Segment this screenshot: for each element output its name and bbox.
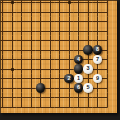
intersection[interactable] [83,26,93,36]
intersection[interactable] [64,45,74,55]
intersection[interactable] [83,55,93,65]
white-stone[interactable]: 3 [83,64,92,73]
black-stone[interactable] [83,45,92,54]
intersection[interactable] [74,93,84,103]
go-diagram: 847321965 [0,0,120,120]
intersection[interactable] [93,102,103,112]
intersection[interactable] [64,26,74,36]
intersection[interactable] [26,17,36,27]
intersection[interactable] [17,83,27,93]
intersection[interactable] [36,74,46,84]
intersection[interactable] [26,7,36,17]
intersection[interactable] [83,0,93,7]
move-number: 8 [96,47,99,53]
intersection[interactable] [0,83,7,93]
intersection[interactable] [0,17,7,27]
intersection[interactable] [64,83,74,93]
intersection[interactable] [83,7,93,17]
intersection[interactable] [36,7,46,17]
star-point-intersection[interactable] [7,64,17,74]
intersection[interactable] [7,102,17,112]
intersection[interactable] [74,26,84,36]
intersection[interactable] [74,64,84,74]
intersection[interactable] [36,83,46,93]
black-stone[interactable]: 2 [64,74,73,83]
intersection[interactable] [26,55,36,65]
intersection[interactable] [102,26,112,36]
intersection[interactable] [7,17,17,27]
black-stone[interactable]: 4 [74,55,83,64]
intersection[interactable] [36,17,46,27]
intersection[interactable]: 1 [74,74,84,84]
intersection[interactable] [7,93,17,103]
intersection[interactable] [45,74,55,84]
intersection[interactable] [55,17,65,27]
intersection[interactable] [102,93,112,103]
intersection[interactable] [93,7,103,17]
intersection[interactable] [55,83,65,93]
move-number: 4 [77,57,80,63]
intersection[interactable] [55,45,65,55]
intersection[interactable] [102,0,112,7]
move-number: 6 [77,85,80,91]
intersection[interactable] [17,36,27,46]
intersection[interactable] [55,0,65,7]
intersection[interactable] [45,17,55,27]
intersection[interactable] [36,64,46,74]
intersection[interactable] [17,74,27,84]
intersection[interactable] [102,7,112,17]
intersection[interactable] [0,93,7,103]
intersection[interactable] [102,83,112,93]
intersection[interactable] [83,36,93,46]
intersection[interactable] [64,17,74,27]
white-stone[interactable]: 7 [93,55,102,64]
white-stone[interactable]: 9 [93,74,102,83]
intersection[interactable] [55,7,65,17]
intersection[interactable] [93,83,103,93]
intersection[interactable]: 8 [93,45,103,55]
intersection[interactable] [0,102,7,112]
intersection[interactable] [7,45,17,55]
intersection[interactable] [55,74,65,84]
intersection[interactable] [64,55,74,65]
intersection[interactable] [64,7,74,17]
intersection[interactable] [64,102,74,112]
intersection[interactable] [102,17,112,27]
intersection[interactable] [93,17,103,27]
black-stone[interactable]: 8 [93,45,102,54]
intersection[interactable] [102,64,112,74]
intersection[interactable] [7,7,17,17]
intersection[interactable] [93,64,103,74]
intersection[interactable] [7,55,17,65]
intersection[interactable] [0,55,7,65]
intersection[interactable] [55,102,65,112]
intersection[interactable]: 2 [64,74,74,84]
intersection[interactable] [55,26,65,36]
intersection[interactable] [45,64,55,74]
black-stone[interactable] [74,64,83,73]
go-board: 847321965 [0,0,117,113]
intersection[interactable] [64,36,74,46]
intersection[interactable] [102,74,112,84]
intersection[interactable] [26,93,36,103]
board-grid: 847321965 [0,0,112,112]
black-stone[interactable] [36,83,45,92]
star-point-intersection[interactable] [64,0,74,7]
white-stone[interactable]: 1 [74,74,83,83]
intersection[interactable] [93,26,103,36]
intersection[interactable] [55,93,65,103]
intersection[interactable] [64,64,74,74]
intersection[interactable] [83,45,93,55]
intersection[interactable] [26,0,36,7]
intersection[interactable] [17,45,27,55]
intersection[interactable] [17,93,27,103]
intersection[interactable] [7,74,17,84]
intersection[interactable] [7,83,17,93]
move-number: 7 [96,57,99,63]
intersection[interactable] [55,55,65,65]
intersection[interactable] [83,17,93,27]
intersection[interactable]: 5 [83,83,93,93]
intersection[interactable] [26,45,36,55]
intersection[interactable] [17,17,27,27]
intersection[interactable] [17,55,27,65]
intersection[interactable] [17,7,27,17]
intersection[interactable] [55,64,65,74]
move-number: 1 [77,76,80,82]
intersection[interactable] [83,102,93,112]
intersection[interactable]: 4 [74,55,84,65]
white-stone[interactable]: 5 [83,83,92,92]
intersection[interactable] [93,93,103,103]
intersection[interactable] [0,0,7,7]
intersection[interactable] [64,93,74,103]
intersection[interactable] [0,26,7,36]
intersection[interactable]: 6 [74,83,84,93]
intersection[interactable] [74,45,84,55]
intersection[interactable] [17,102,27,112]
intersection[interactable] [45,36,55,46]
intersection[interactable] [17,0,27,7]
intersection[interactable] [26,102,36,112]
intersection[interactable] [26,64,36,74]
black-stone[interactable]: 6 [74,83,83,92]
intersection[interactable] [102,55,112,65]
intersection[interactable] [93,0,103,7]
intersection[interactable] [55,36,65,46]
intersection[interactable] [45,0,55,7]
move-number: 3 [86,66,89,72]
intersection[interactable] [36,36,46,46]
intersection[interactable] [45,45,55,55]
intersection[interactable] [74,0,84,7]
intersection[interactable] [36,26,46,36]
intersection[interactable] [83,93,93,103]
intersection[interactable] [74,7,84,17]
intersection[interactable] [26,74,36,84]
intersection[interactable] [45,83,55,93]
intersection[interactable] [0,7,7,17]
intersection[interactable] [45,7,55,17]
intersection[interactable] [7,26,17,36]
intersection[interactable] [26,83,36,93]
intersection[interactable] [36,45,46,55]
intersection[interactable] [74,17,84,27]
intersection[interactable] [0,45,7,55]
intersection[interactable]: 9 [93,74,103,84]
intersection[interactable] [45,55,55,65]
move-number: 5 [86,85,89,91]
intersection[interactable] [45,102,55,112]
intersection[interactable] [45,26,55,36]
intersection[interactable] [83,74,93,84]
intersection[interactable] [17,26,27,36]
intersection[interactable] [36,93,46,103]
intersection[interactable] [26,36,36,46]
intersection[interactable]: 3 [83,64,93,74]
intersection[interactable] [74,102,84,112]
intersection[interactable] [17,64,27,74]
intersection[interactable] [0,74,7,84]
intersection[interactable] [102,45,112,55]
intersection[interactable] [102,36,112,46]
move-number: 9 [96,76,99,82]
star-point-intersection[interactable] [7,0,17,7]
intersection[interactable] [36,0,46,7]
intersection[interactable] [45,93,55,103]
intersection[interactable] [36,55,46,65]
intersection[interactable] [36,102,46,112]
intersection[interactable] [0,36,7,46]
intersection[interactable] [0,64,7,74]
intersection[interactable] [93,36,103,46]
intersection[interactable]: 7 [93,55,103,65]
move-number: 2 [67,76,70,82]
intersection[interactable] [7,36,17,46]
intersection[interactable] [102,102,112,112]
intersection[interactable] [26,26,36,36]
intersection[interactable] [74,36,84,46]
